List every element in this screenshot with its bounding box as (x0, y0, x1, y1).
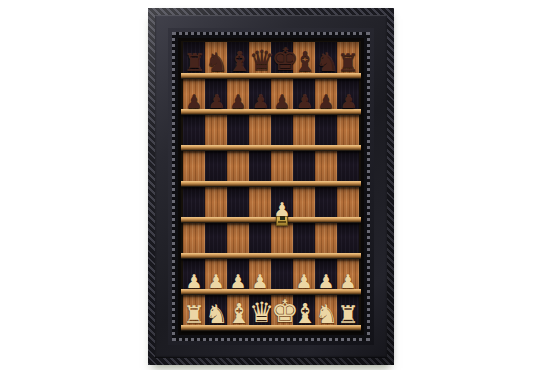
shelf-rank-3 (181, 253, 361, 259)
shelf-rank-2 (181, 289, 361, 295)
shelf-rank-4 (181, 217, 361, 223)
brass-plaque (276, 213, 288, 226)
picture-frame: ♜♞♝♛♚♝♞♜♟♟♟♟♟♟♟♟♟♟♟♟♟♟♟♟♜♞♝♛♚♝♞♜ (148, 8, 394, 365)
plaque-engraving (278, 221, 286, 223)
chess-board: ♜♞♝♛♚♝♞♜♟♟♟♟♟♟♟♟♟♟♟♟♟♟♟♟♜♞♝♛♚♝♞♜ (183, 42, 359, 330)
shelf-rank-1 (181, 325, 361, 331)
plaque-emblem (280, 215, 285, 220)
shelf-rank-6 (181, 145, 361, 151)
board-well: ♜♞♝♛♚♝♞♜♟♟♟♟♟♟♟♟♟♟♟♟♟♟♟♟♜♞♝♛♚♝♞♜ (181, 41, 361, 332)
shelf-rank-5 (181, 181, 361, 187)
shelf-rank-8 (181, 73, 361, 79)
product-photo: ♜♞♝♛♚♝♞♜♟♟♟♟♟♟♟♟♟♟♟♟♟♟♟♟♜♞♝♛♚♝♞♜ (0, 0, 540, 370)
shelf-rank-7 (181, 109, 361, 115)
